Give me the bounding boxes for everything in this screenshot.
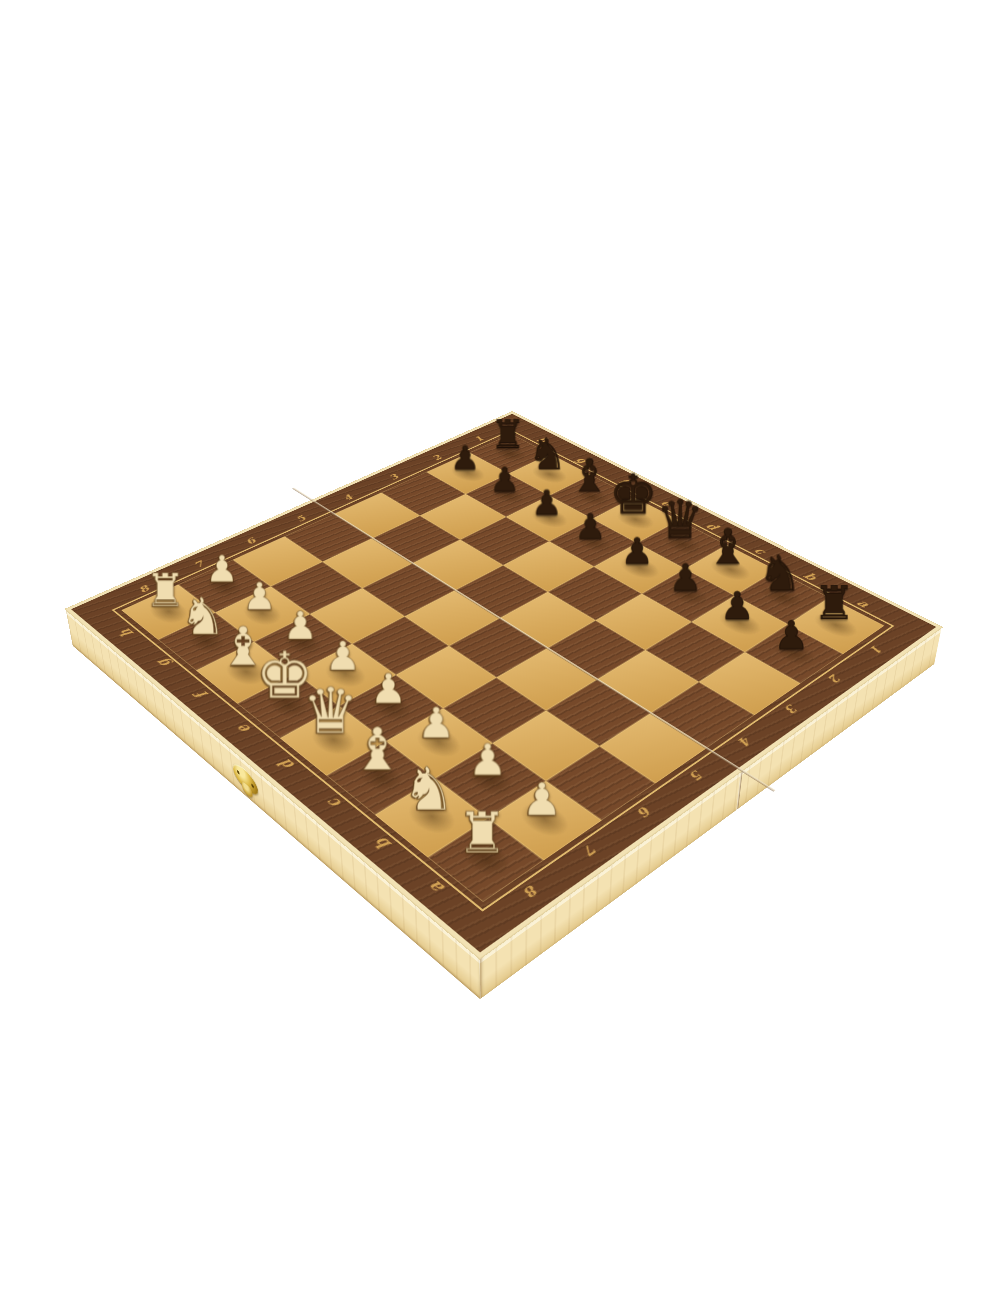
piece-black-pawn-a2: ♟: [744, 624, 843, 684]
white-rook-icon: ♜: [433, 807, 532, 861]
fold-seam-side: [736, 770, 743, 811]
playing-area: ♜♞♝♚♛♝♞♜♟♟♟♟♟♟♟♟♟♟♟♟♟♟♟♟♜♞♝♚♛♝♞♜: [121, 434, 884, 903]
photo-stage: hgfedcba hgfedcba 12345678 12345678 ♜♞♝♚…: [190, 308, 810, 928]
black-pawn-icon: ♟: [750, 617, 833, 654]
pieces-layer: ♜♞♝♚♛♝♞♜♟♟♟♟♟♟♟♟♟♟♟♟♟♟♟♟♜♞♝♚♛♝♞♜: [121, 434, 884, 903]
folding-chess-board: hgfedcba hgfedcba 12345678 12345678 ♜♞♝♚…: [66, 412, 942, 959]
piece-white-rook-a8: ♜: [427, 818, 544, 903]
board-top-surface: hgfedcba hgfedcba 12345678 12345678 ♜♞♝♚…: [66, 412, 942, 959]
